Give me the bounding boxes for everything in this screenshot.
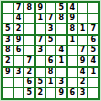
cell-r6c2[interactable] bbox=[14, 56, 24, 66]
cell-r4c9[interactable]: 6 bbox=[88, 35, 98, 45]
cell-r2c2[interactable]: 4 bbox=[14, 14, 24, 24]
cell-r5c4[interactable]: 3 bbox=[35, 46, 45, 56]
cell-r5c9[interactable]: 5 bbox=[88, 46, 98, 56]
cell-r8c7[interactable] bbox=[67, 78, 77, 88]
cell-r3c3[interactable] bbox=[24, 24, 34, 34]
cell-r9c4[interactable]: 2 bbox=[35, 88, 45, 98]
cell-r5c2[interactable]: 6 bbox=[14, 46, 24, 56]
cell-r6c4[interactable] bbox=[35, 56, 45, 66]
cell-r6c1[interactable]: 2 bbox=[3, 56, 13, 66]
cell-r5c8[interactable]: 7 bbox=[78, 46, 88, 56]
cell-r3c5[interactable]: 3 bbox=[46, 24, 56, 34]
cell-r3c1[interactable]: 5 bbox=[3, 24, 13, 34]
cell-r4c1[interactable]: 3 bbox=[3, 35, 13, 45]
cell-r4c3[interactable] bbox=[24, 35, 34, 45]
cell-r7c3[interactable]: 2 bbox=[24, 67, 34, 77]
cell-r1c8[interactable] bbox=[78, 3, 88, 13]
cell-r2c1[interactable] bbox=[3, 14, 13, 24]
cell-r7c5[interactable]: 8 bbox=[46, 67, 56, 77]
cell-r7c4[interactable] bbox=[35, 67, 45, 77]
cell-r5c1[interactable]: 8 bbox=[3, 46, 13, 56]
cell-r4c7[interactable]: 1 bbox=[67, 35, 77, 45]
cell-r3c6[interactable] bbox=[56, 24, 66, 34]
cell-r9c7[interactable]: 6 bbox=[67, 88, 77, 98]
cell-r1c1[interactable] bbox=[3, 3, 13, 13]
cell-r2c8[interactable] bbox=[78, 14, 88, 24]
cell-r3c7[interactable]: 8 bbox=[67, 24, 77, 34]
cell-r2c5[interactable]: 7 bbox=[46, 14, 56, 24]
cell-r8c6[interactable]: 3 bbox=[56, 78, 66, 88]
cell-r6c7[interactable] bbox=[67, 56, 77, 66]
cell-r2c6[interactable]: 8 bbox=[56, 14, 66, 24]
cell-r6c6[interactable]: 1 bbox=[56, 56, 66, 66]
cell-r8c1[interactable] bbox=[3, 78, 13, 88]
cell-r8c9[interactable] bbox=[88, 78, 98, 88]
cell-r5c3[interactable] bbox=[24, 46, 34, 56]
cell-r6c9[interactable]: 4 bbox=[88, 56, 98, 66]
cell-r4c6[interactable] bbox=[56, 35, 66, 45]
cell-r8c3[interactable]: 6 bbox=[24, 78, 34, 88]
cell-r6c8[interactable]: 9 bbox=[78, 56, 88, 66]
cell-r7c6[interactable] bbox=[56, 67, 66, 77]
cell-r1c5[interactable] bbox=[46, 3, 56, 13]
cell-r3c8[interactable]: 1 bbox=[78, 24, 88, 34]
cell-r2c3[interactable] bbox=[24, 14, 34, 24]
cell-r9c3[interactable]: 5 bbox=[24, 88, 34, 98]
cell-r2c9[interactable] bbox=[88, 14, 98, 24]
cell-r9c8[interactable]: 3 bbox=[78, 88, 88, 98]
cell-r4c5[interactable]: 5 bbox=[46, 35, 56, 45]
cell-r1c9[interactable] bbox=[88, 3, 98, 13]
cell-r4c2[interactable]: 9 bbox=[14, 35, 24, 45]
cell-r4c4[interactable]: 7 bbox=[35, 35, 45, 45]
cell-r6c3[interactable]: 7 bbox=[24, 56, 34, 66]
cell-r3c9[interactable]: 7 bbox=[88, 24, 98, 34]
cell-r5c7[interactable] bbox=[67, 46, 77, 56]
cell-r9c2[interactable] bbox=[14, 88, 24, 98]
cell-r7c9[interactable]: 1 bbox=[88, 67, 98, 77]
cell-r5c5[interactable] bbox=[46, 46, 56, 56]
cell-r1c4[interactable]: 9 bbox=[35, 3, 45, 13]
sudoku-board: 7895441789523817397516863475276194932841… bbox=[1, 1, 100, 100]
cell-r2c7[interactable]: 9 bbox=[67, 14, 77, 24]
cell-r9c5[interactable] bbox=[46, 88, 56, 98]
cell-r1c2[interactable]: 7 bbox=[14, 3, 24, 13]
cell-r1c3[interactable]: 8 bbox=[24, 3, 34, 13]
cell-r7c8[interactable]: 4 bbox=[78, 67, 88, 77]
cell-r7c2[interactable]: 3 bbox=[14, 67, 24, 77]
cell-r8c2[interactable] bbox=[14, 78, 24, 88]
cell-r2c4[interactable]: 1 bbox=[35, 14, 45, 24]
cell-r4c8[interactable] bbox=[78, 35, 88, 45]
cell-r8c5[interactable]: 1 bbox=[46, 78, 56, 88]
cell-r9c9[interactable] bbox=[88, 88, 98, 98]
cell-r5c6[interactable]: 4 bbox=[56, 46, 66, 56]
cell-r9c1[interactable] bbox=[3, 88, 13, 98]
cell-r8c4[interactable]: 5 bbox=[35, 78, 45, 88]
cell-r1c7[interactable]: 4 bbox=[67, 3, 77, 13]
cell-r6c5[interactable]: 6 bbox=[46, 56, 56, 66]
cell-r1c6[interactable]: 5 bbox=[56, 3, 66, 13]
cell-r3c2[interactable]: 2 bbox=[14, 24, 24, 34]
cell-r7c7[interactable] bbox=[67, 67, 77, 77]
cell-r9c6[interactable]: 9 bbox=[56, 88, 66, 98]
cell-r8c8[interactable]: 2 bbox=[78, 78, 88, 88]
cell-r3c4[interactable] bbox=[35, 24, 45, 34]
cell-r7c1[interactable]: 9 bbox=[3, 67, 13, 77]
